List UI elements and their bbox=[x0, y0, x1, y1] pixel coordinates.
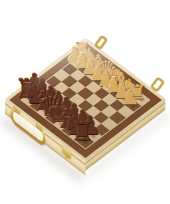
product-photo-chess-case: ♜♞♝♛♚♝♞♜♟♟♟♟♟♟♟♟♟♟♟♟♟♟♟♟♜♞♝♛♚♝♞♜ bbox=[0, 0, 170, 204]
board-rim: ♜♞♝♛♚♝♞♜♟♟♟♟♟♟♟♟♟♟♟♟♟♟♟♟♜♞♝♛♚♝♞♜ bbox=[5, 38, 165, 159]
piece-black-rook: ♜ bbox=[67, 118, 97, 144]
board-frame: ♜♞♝♛♚♝♞♜♟♟♟♟♟♟♟♟♟♟♟♟♟♟♟♟♜♞♝♛♚♝♞♜ bbox=[9, 41, 162, 157]
chess-board: ♜♞♝♛♚♝♞♜♟♟♟♟♟♟♟♟♟♟♟♟♟♟♟♟♜♞♝♛♚♝♞♜ bbox=[5, 38, 165, 159]
square-r7c7: ♜ bbox=[77, 135, 93, 147]
